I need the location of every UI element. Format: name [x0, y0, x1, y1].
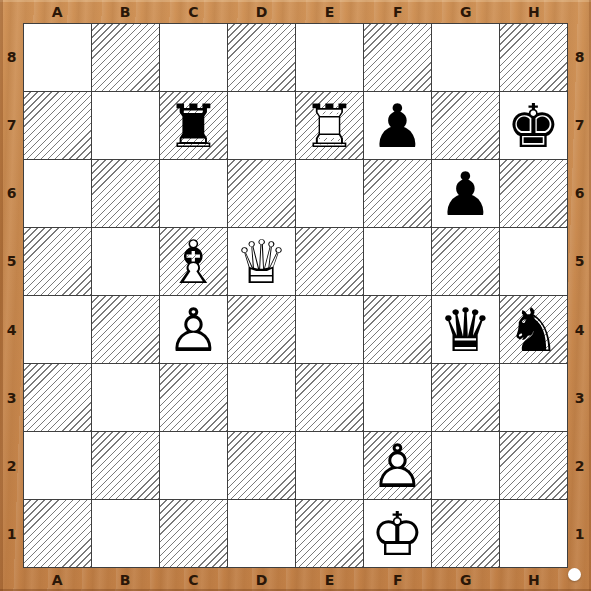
square-e1[interactable] — [296, 500, 363, 567]
square-h1[interactable] — [500, 500, 567, 567]
rank-label-2: 2 — [568, 432, 591, 500]
square-b3[interactable] — [92, 364, 159, 431]
file-label-h: H — [500, 568, 568, 591]
square-g6[interactable]: ♟ — [432, 160, 499, 227]
rank-label-1: 1 — [568, 500, 591, 568]
file-labels-top: ABCDEFGH — [23, 0, 568, 23]
square-h2[interactable] — [500, 432, 567, 499]
square-d7[interactable] — [228, 92, 295, 159]
square-d1[interactable] — [228, 500, 295, 567]
file-label-d: D — [227, 568, 295, 591]
square-c3[interactable] — [160, 364, 227, 431]
rank-labels-left: 87654321 — [0, 23, 23, 568]
chess-board-frame: ABCDEFGH ABCDEFGH 87654321 87654321 ♜♜♖♟… — [0, 0, 591, 591]
square-e4[interactable] — [296, 296, 363, 363]
square-f2[interactable]: ♟♙ — [364, 432, 431, 499]
file-label-c: C — [159, 568, 227, 591]
square-d4[interactable] — [228, 296, 295, 363]
square-f1[interactable]: ♚♔ — [364, 500, 431, 567]
square-b6[interactable] — [92, 160, 159, 227]
chess-board[interactable]: ♜♜♖♟♚♟♝♗♛♕♟♙♛♞♟♙♚♔ — [23, 23, 568, 568]
square-d3[interactable] — [228, 364, 295, 431]
piece-black-pawn[interactable]: ♟ — [432, 160, 499, 227]
rank-label-7: 7 — [568, 91, 591, 159]
piece-black-knight[interactable]: ♞ — [500, 296, 567, 363]
square-d5[interactable]: ♛♕ — [228, 228, 295, 295]
square-a5[interactable] — [24, 228, 91, 295]
rank-label-7: 7 — [0, 91, 23, 159]
white-king-glyph: ♔ — [364, 500, 431, 567]
piece-white-queen[interactable]: ♛♕ — [228, 228, 295, 295]
square-f5[interactable] — [364, 228, 431, 295]
white-bishop-glyph: ♗ — [160, 228, 227, 295]
file-label-e: E — [296, 0, 364, 23]
side-to-move-indicator — [568, 568, 581, 581]
piece-white-bishop[interactable]: ♝♗ — [160, 228, 227, 295]
square-e3[interactable] — [296, 364, 363, 431]
square-g2[interactable] — [432, 432, 499, 499]
file-label-g: G — [432, 0, 500, 23]
white-queen-glyph: ♕ — [228, 228, 295, 295]
square-b4[interactable] — [92, 296, 159, 363]
black-pawn-glyph: ♟ — [432, 160, 499, 227]
square-g1[interactable] — [432, 500, 499, 567]
file-label-f: F — [364, 568, 432, 591]
piece-black-rook[interactable]: ♜ — [160, 92, 227, 159]
rank-label-8: 8 — [568, 23, 591, 91]
piece-white-king[interactable]: ♚♔ — [364, 500, 431, 567]
file-label-g: G — [432, 568, 500, 591]
file-label-b: B — [91, 0, 159, 23]
square-h6[interactable] — [500, 160, 567, 227]
rank-label-3: 3 — [0, 364, 23, 432]
square-e6[interactable] — [296, 160, 363, 227]
rank-label-4: 4 — [0, 296, 23, 364]
white-pawn-glyph: ♙ — [160, 296, 227, 363]
square-d2[interactable] — [228, 432, 295, 499]
square-g3[interactable] — [432, 364, 499, 431]
black-queen-glyph: ♛ — [432, 296, 499, 363]
piece-black-king[interactable]: ♚ — [500, 92, 567, 159]
square-f8[interactable] — [364, 24, 431, 91]
square-h4[interactable]: ♞ — [500, 296, 567, 363]
rank-label-2: 2 — [0, 432, 23, 500]
rank-labels-right: 87654321 — [568, 23, 591, 568]
square-a2[interactable] — [24, 432, 91, 499]
rank-label-8: 8 — [0, 23, 23, 91]
square-h8[interactable] — [500, 24, 567, 91]
square-g5[interactable] — [432, 228, 499, 295]
piece-black-pawn[interactable]: ♟ — [364, 92, 431, 159]
square-b1[interactable] — [92, 500, 159, 567]
square-b5[interactable] — [92, 228, 159, 295]
file-label-a: A — [23, 568, 91, 591]
square-c4[interactable]: ♟♙ — [160, 296, 227, 363]
square-c6[interactable] — [160, 160, 227, 227]
file-label-f: F — [364, 0, 432, 23]
rank-label-5: 5 — [568, 227, 591, 295]
piece-white-pawn[interactable]: ♟♙ — [160, 296, 227, 363]
rank-label-4: 4 — [568, 296, 591, 364]
square-g8[interactable] — [432, 24, 499, 91]
square-e2[interactable] — [296, 432, 363, 499]
square-e5[interactable] — [296, 228, 363, 295]
square-h5[interactable] — [500, 228, 567, 295]
black-pawn-glyph: ♟ — [364, 92, 431, 159]
black-king-glyph: ♚ — [500, 92, 567, 159]
rank-label-5: 5 — [0, 227, 23, 295]
file-label-h: H — [500, 0, 568, 23]
square-f7[interactable]: ♟ — [364, 92, 431, 159]
square-f4[interactable] — [364, 296, 431, 363]
file-label-c: C — [159, 0, 227, 23]
square-a1[interactable] — [24, 500, 91, 567]
square-h7[interactable]: ♚ — [500, 92, 567, 159]
square-a8[interactable] — [24, 24, 91, 91]
white-pawn-glyph: ♙ — [364, 432, 431, 499]
square-c7[interactable]: ♜ — [160, 92, 227, 159]
rank-label-3: 3 — [568, 364, 591, 432]
square-c2[interactable] — [160, 432, 227, 499]
file-label-d: D — [227, 0, 295, 23]
rank-label-6: 6 — [0, 159, 23, 227]
file-label-b: B — [91, 568, 159, 591]
square-a4[interactable] — [24, 296, 91, 363]
piece-white-pawn[interactable]: ♟♙ — [364, 432, 431, 499]
square-b8[interactable] — [92, 24, 159, 91]
piece-white-rook[interactable]: ♜♖ — [296, 92, 363, 159]
square-g4[interactable]: ♛ — [432, 296, 499, 363]
square-c1[interactable] — [160, 500, 227, 567]
square-e7[interactable]: ♜♖ — [296, 92, 363, 159]
piece-black-queen[interactable]: ♛ — [432, 296, 499, 363]
rank-label-1: 1 — [0, 500, 23, 568]
square-d6[interactable] — [228, 160, 295, 227]
square-b7[interactable] — [92, 92, 159, 159]
square-a7[interactable] — [24, 92, 91, 159]
square-f3[interactable] — [364, 364, 431, 431]
square-h3[interactable] — [500, 364, 567, 431]
square-d8[interactable] — [228, 24, 295, 91]
square-a6[interactable] — [24, 160, 91, 227]
square-c8[interactable] — [160, 24, 227, 91]
square-g7[interactable] — [432, 92, 499, 159]
square-a3[interactable] — [24, 364, 91, 431]
square-c5[interactable]: ♝♗ — [160, 228, 227, 295]
black-knight-glyph: ♞ — [500, 296, 567, 363]
file-label-e: E — [296, 568, 364, 591]
white-rook-glyph: ♖ — [296, 92, 363, 159]
file-label-a: A — [23, 0, 91, 23]
square-e8[interactable] — [296, 24, 363, 91]
square-f6[interactable] — [364, 160, 431, 227]
rank-label-6: 6 — [568, 159, 591, 227]
square-b2[interactable] — [92, 432, 159, 499]
file-labels-bottom: ABCDEFGH — [23, 568, 568, 591]
black-rook-glyph: ♜ — [160, 92, 227, 159]
